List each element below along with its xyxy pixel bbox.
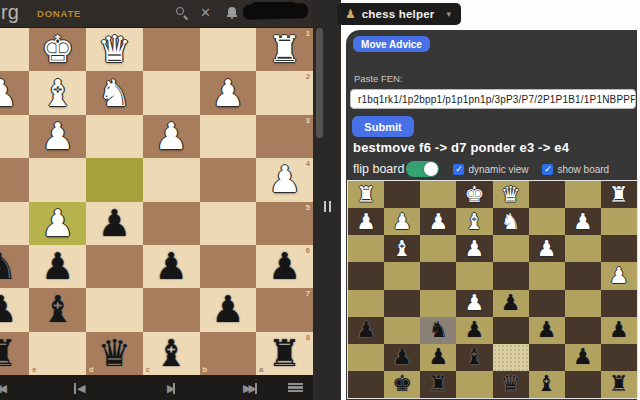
square-b2: ♟ [565, 208, 601, 235]
show-board-label: show board [557, 164, 609, 175]
square-f2: ♟ [420, 208, 456, 235]
square-b4[interactable] [200, 158, 257, 201]
square-e8[interactable]: e [29, 332, 86, 375]
last-move-button[interactable]: ▶▶ [242, 382, 257, 394]
move-advice-button[interactable]: Move Advice [353, 36, 430, 52]
piece-bP: ♟ [211, 291, 244, 328]
square-h1: ♜ [348, 181, 384, 208]
square-a1[interactable]: ♜1 [256, 28, 313, 71]
extension-panel: Move Advice Paste FEN: Submit bestmove f… [346, 30, 637, 400]
square-f4[interactable] [0, 158, 29, 201]
flip-board-label: flip board [353, 162, 404, 176]
piece-bP: ♟ [465, 319, 485, 341]
square-h6: ♟ [348, 317, 384, 344]
square-d6 [493, 317, 529, 344]
square-h4 [348, 262, 384, 289]
square-d5: ♟ [493, 290, 529, 317]
piece-wP: ♟ [41, 118, 74, 155]
piece-bP: ♟ [573, 346, 593, 368]
dynamic-view-checkbox[interactable]: ✓ [453, 164, 464, 175]
square-c3: ♟ [529, 235, 565, 262]
square-c4[interactable] [143, 158, 200, 201]
square-a5[interactable]: 5 [256, 202, 313, 245]
bell-icon[interactable] [227, 7, 238, 19]
lichess-header: rg DONATE ✕ [0, 0, 341, 27]
panel-drag-handle[interactable] [324, 201, 331, 212]
rank-label: 1 [306, 29, 310, 38]
square-a8: ♜ [601, 371, 637, 398]
square-e6[interactable]: ♟ [29, 245, 86, 288]
square-d4 [493, 262, 529, 289]
square-b8 [565, 371, 601, 398]
piece-wP: ♟ [155, 118, 188, 155]
square-c6: ♟ [529, 317, 565, 344]
square-f1[interactable] [0, 28, 29, 71]
donate-link[interactable]: DONATE [37, 8, 81, 19]
square-h5 [348, 290, 384, 317]
piece-bP: ♟ [537, 319, 557, 341]
square-d2: ♞ [493, 208, 529, 235]
square-d7 [493, 344, 529, 371]
square-f4 [420, 262, 456, 289]
square-d8: ♛ [493, 371, 529, 398]
square-c3[interactable]: ♟ [143, 115, 200, 158]
main-chessboard[interactable]: ♜♚♛♜1♟♟♟♝♞♟2♝♟♟3♟4♟♟5♟♞♟♟♟6♟♟♝♟7h♚g♜fe♛d… [0, 28, 313, 375]
file-label: e [32, 365, 36, 374]
square-g2: ♟ [384, 208, 420, 235]
piece-wP: ♟ [537, 238, 557, 260]
square-c8[interactable]: ♝c [143, 332, 200, 375]
piece-bP: ♟ [268, 248, 301, 285]
square-f8[interactable]: ♜f [0, 332, 29, 375]
square-e8 [456, 371, 492, 398]
square-b6[interactable] [200, 245, 257, 288]
rank-label: 5 [306, 203, 310, 212]
piece-bR: ♜ [428, 373, 448, 395]
square-a3[interactable]: 3 [256, 115, 313, 158]
square-a2 [601, 208, 637, 235]
search-icon[interactable] [176, 7, 188, 19]
square-b3 [565, 235, 601, 262]
piece-wR: ♜ [609, 184, 629, 206]
square-c1 [529, 181, 565, 208]
mini-chessboard: ♜♚♛♜♟♟♟♝♞♟♝♟♟♟♟♟♟♞♟♟♟♟♟♝♟♚♜♛♝♜ [348, 181, 637, 398]
square-b6 [565, 317, 601, 344]
square-d5[interactable]: ♟ [86, 202, 143, 245]
previous-move-button[interactable]: ◀ [74, 382, 83, 394]
square-e4[interactable] [29, 158, 86, 201]
extension-title: chess helper [362, 8, 435, 20]
square-a5 [601, 290, 637, 317]
rank-label: 7 [306, 289, 310, 298]
square-g8: ♚ [384, 371, 420, 398]
piece-bP: ♟ [155, 248, 188, 285]
square-g1 [384, 181, 420, 208]
square-c5[interactable] [143, 202, 200, 245]
piece-wK: ♚ [41, 31, 74, 68]
piece-bR: ♜ [0, 335, 17, 372]
square-f7[interactable]: ♟ [0, 288, 29, 331]
show-board-checkbox[interactable]: ✓ [542, 164, 553, 175]
square-a6: ♟ [601, 317, 637, 344]
piece-wP: ♟ [465, 292, 485, 314]
piece-bN: ♞ [0, 248, 17, 285]
piece-bR: ♜ [609, 373, 629, 395]
piece-bB: ♝ [155, 335, 188, 372]
square-c4 [529, 262, 565, 289]
square-a4[interactable]: ♟4 [256, 158, 313, 201]
redacted-username [243, 3, 308, 20]
piece-bB: ♝ [465, 346, 485, 368]
square-f5 [420, 290, 456, 317]
pawn-icon: ♟ [345, 8, 356, 20]
file-label: d [89, 365, 94, 374]
file-label: c [146, 365, 150, 374]
square-c1[interactable] [143, 28, 200, 71]
square-d4[interactable] [86, 158, 143, 201]
file-label: a [259, 365, 263, 374]
square-g4 [384, 262, 420, 289]
screen: rg DONATE ✕ ♜♚♛♜1♟♟♟♝♞♟2♝♟♟3♟4♟♟5♟♞♟♟♟6♟… [0, 0, 640, 400]
piece-bP: ♟ [392, 346, 412, 368]
lichess-page: rg DONATE ✕ ♜♚♛♜1♟♟♟♝♞♟2♝♟♟3♟4♟♟5♟♞♟♟♟6♟… [0, 0, 313, 400]
piece-wR: ♜ [268, 31, 301, 68]
square-b5[interactable] [200, 202, 257, 245]
square-f3 [420, 235, 456, 262]
square-d1: ♛ [493, 181, 529, 208]
piece-wB: ♝ [41, 75, 74, 112]
square-a2[interactable]: 2 [256, 71, 313, 114]
square-f7: ♟ [420, 344, 456, 371]
piece-wP: ♟ [392, 211, 412, 233]
square-f6[interactable]: ♞ [0, 245, 29, 288]
square-b1[interactable] [200, 28, 257, 71]
square-c2 [529, 208, 565, 235]
board-controls: ◀◀ ◀ ▶ ▶▶ [0, 376, 313, 400]
dynamic-view-label: dynamic view [468, 164, 528, 175]
square-d3[interactable] [86, 115, 143, 158]
square-c6[interactable]: ♟ [143, 245, 200, 288]
square-f3[interactable] [0, 115, 29, 158]
piece-bB: ♝ [41, 291, 74, 328]
piece-wK: ♚ [465, 184, 485, 206]
square-c8: ♝ [529, 371, 565, 398]
piece-wP: ♟ [465, 238, 485, 260]
piece-bP: ♟ [501, 292, 521, 314]
square-b5 [565, 290, 601, 317]
scrollbar-thumb[interactable] [316, 28, 323, 138]
square-e5: ♟ [456, 290, 492, 317]
piece-bP: ♟ [98, 205, 131, 242]
square-g6 [384, 317, 420, 344]
square-h2: ♟ [348, 208, 384, 235]
close-icon[interactable]: ✕ [200, 5, 211, 20]
lichess-logo[interactable]: rg [1, 1, 19, 24]
square-c7[interactable] [143, 288, 200, 331]
square-e3[interactable]: ♟ [29, 115, 86, 158]
rank-label: 4 [306, 159, 310, 168]
square-a7[interactable]: 7 [256, 288, 313, 331]
rank-label: 6 [306, 246, 310, 255]
piece-bQ: ♛ [98, 335, 131, 372]
piece-wP: ♟ [428, 211, 448, 233]
chevron-down-icon[interactable]: ▾ [446, 9, 451, 19]
square-c2[interactable] [143, 71, 200, 114]
square-a6[interactable]: ♟6 [256, 245, 313, 288]
menu-icon[interactable] [288, 381, 303, 393]
piece-wP: ♟ [0, 75, 17, 112]
piece-wB: ♝ [392, 238, 412, 260]
extension-title-bar[interactable]: ♟ chess helper ▾ [337, 3, 461, 25]
square-b1 [565, 181, 601, 208]
piece-bK: ♚ [392, 373, 412, 395]
rank-label: 2 [306, 72, 310, 81]
square-f5[interactable] [0, 202, 29, 245]
piece-wR: ♜ [356, 184, 376, 206]
toggle-knob [424, 162, 438, 176]
square-e2: ♝ [456, 208, 492, 235]
square-f6: ♞ [420, 317, 456, 344]
square-d2[interactable]: ♞ [86, 71, 143, 114]
square-b7: ♟ [565, 344, 601, 371]
rank-label: 3 [306, 116, 310, 125]
square-f1 [420, 181, 456, 208]
piece-wQ: ♛ [501, 184, 521, 206]
square-a1: ♜ [601, 181, 637, 208]
square-c5 [529, 290, 565, 317]
square-g3: ♝ [384, 235, 420, 262]
piece-wN: ♞ [98, 75, 131, 112]
square-d6[interactable] [86, 245, 143, 288]
square-f2[interactable]: ♟ [0, 71, 29, 114]
square-b4 [565, 262, 601, 289]
flip-board-toggle[interactable] [406, 161, 439, 177]
piece-wQ: ♛ [98, 31, 131, 68]
square-e2[interactable]: ♝ [29, 71, 86, 114]
piece-bQ: ♛ [501, 373, 521, 395]
piece-wN: ♞ [501, 211, 521, 233]
piece-bP: ♟ [609, 319, 629, 341]
options-row: flip board ✓ dynamic view ✓ show board [353, 160, 609, 178]
piece-wP: ♟ [356, 211, 376, 233]
square-c7 [529, 344, 565, 371]
next-move-button[interactable]: ▶ [166, 382, 175, 394]
fen-label: Paste FEN: [354, 73, 403, 84]
piece-bP: ♟ [356, 319, 376, 341]
square-a8[interactable]: ♜8a [256, 332, 313, 375]
square-f8: ♜ [420, 371, 456, 398]
square-a3 [601, 235, 637, 262]
square-d7[interactable] [86, 288, 143, 331]
square-e6: ♟ [456, 317, 492, 344]
square-a4: ♟ [601, 262, 637, 289]
submit-button[interactable]: Submit [352, 116, 414, 137]
square-e1[interactable]: ♚ [29, 28, 86, 71]
first-move-button[interactable]: ◀◀ [0, 382, 5, 394]
rank-label: 8 [306, 333, 310, 342]
bestmove-text: bestmove f6 -> d7 ponder e3 -> e4 [353, 140, 569, 155]
square-d3 [493, 235, 529, 262]
fen-input[interactable] [350, 89, 636, 109]
square-g5 [384, 290, 420, 317]
square-b2[interactable]: ♟ [200, 71, 257, 114]
square-e7[interactable]: ♝ [29, 288, 86, 331]
square-b3[interactable] [200, 115, 257, 158]
file-label: b [203, 365, 208, 374]
piece-bR: ♜ [268, 335, 301, 372]
square-e7: ♝ [456, 344, 492, 371]
piece-wP: ♟ [211, 75, 244, 112]
piece-bP: ♟ [428, 346, 448, 368]
square-e1: ♚ [456, 181, 492, 208]
square-d8[interactable]: ♛d [86, 332, 143, 375]
square-b8[interactable]: b [200, 332, 257, 375]
piece-bP: ♟ [41, 248, 74, 285]
square-e4 [456, 262, 492, 289]
piece-bN: ♞ [428, 319, 448, 341]
square-d1[interactable]: ♛ [86, 28, 143, 71]
extension-popup: ♟ chess helper ▾ Move Advice Paste FEN: … [341, 0, 640, 400]
square-a7 [601, 344, 637, 371]
square-e5[interactable]: ♟ [29, 202, 86, 245]
piece-wP: ♟ [573, 211, 593, 233]
piece-wB: ♝ [465, 211, 485, 233]
piece-bB: ♝ [537, 373, 557, 395]
square-e3: ♟ [456, 235, 492, 262]
piece-wP: ♟ [41, 205, 74, 242]
square-h7 [348, 344, 384, 371]
square-h8 [348, 371, 384, 398]
square-g7: ♟ [384, 344, 420, 371]
square-b7[interactable]: ♟ [200, 288, 257, 331]
piece-bP: ♟ [0, 291, 17, 328]
square-h3 [348, 235, 384, 262]
piece-wP: ♟ [609, 265, 629, 287]
divider-gutter [313, 0, 341, 400]
piece-wP: ♟ [268, 161, 301, 198]
